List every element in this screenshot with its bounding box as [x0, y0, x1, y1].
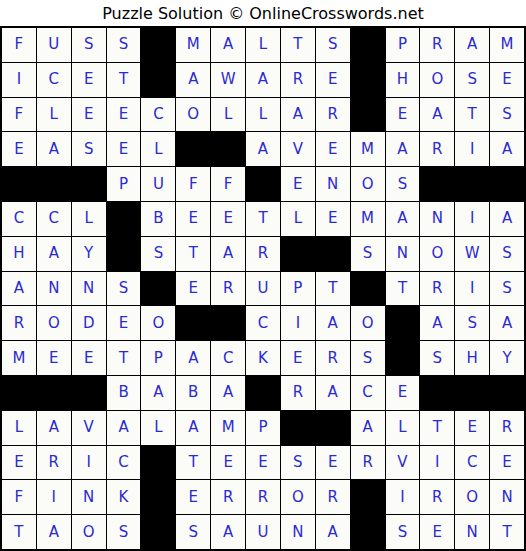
- letter-cell: C: [246, 306, 280, 340]
- letter-cell: N: [490, 480, 524, 514]
- letter-cell: A: [490, 202, 524, 236]
- letter-cell: F: [2, 28, 36, 62]
- letter-cell: E: [176, 202, 210, 236]
- letter-cell: N: [281, 515, 315, 549]
- block-cell: [211, 306, 245, 340]
- letter-cell: S: [141, 237, 175, 271]
- block-cell: [351, 272, 385, 306]
- letter-cell: T: [490, 515, 524, 549]
- letter-cell: R: [351, 446, 385, 480]
- page-title: Puzzle Solution © OnlineCrosswords.net: [0, 0, 526, 26]
- letter-cell: T: [107, 63, 141, 97]
- letter-cell: R: [211, 272, 245, 306]
- block-cell: [351, 98, 385, 132]
- letter-cell: L: [211, 98, 245, 132]
- letter-cell: E: [72, 341, 106, 375]
- block-cell: [490, 376, 524, 410]
- letter-cell: C: [37, 202, 71, 236]
- letter-cell: D: [72, 306, 106, 340]
- letter-cell: L: [281, 202, 315, 236]
- letter-cell: A: [176, 341, 210, 375]
- letter-cell: T: [107, 341, 141, 375]
- letter-cell: E: [490, 446, 524, 480]
- letter-cell: T: [455, 98, 489, 132]
- block-cell: [246, 376, 280, 410]
- letter-cell: T: [176, 446, 210, 480]
- block-cell: [141, 28, 175, 62]
- letter-cell: U: [246, 515, 280, 549]
- letter-cell: T: [2, 515, 36, 549]
- letter-cell: I: [386, 480, 420, 514]
- letter-cell: L: [72, 202, 106, 236]
- letter-cell: H: [455, 341, 489, 375]
- letter-cell: L: [386, 411, 420, 445]
- letter-cell: S: [107, 28, 141, 62]
- letter-cell: I: [2, 63, 36, 97]
- block-cell: [141, 480, 175, 514]
- letter-cell: I: [420, 446, 454, 480]
- letter-cell: A: [37, 515, 71, 549]
- letter-cell: I: [455, 132, 489, 166]
- block-cell: [351, 515, 385, 549]
- letter-cell: L: [2, 411, 36, 445]
- letter-cell: A: [37, 237, 71, 271]
- letter-cell: E: [490, 63, 524, 97]
- letter-cell: U: [246, 272, 280, 306]
- letter-cell: L: [141, 132, 175, 166]
- letter-cell: H: [2, 237, 36, 271]
- letter-cell: F: [176, 167, 210, 201]
- block-cell: [281, 411, 315, 445]
- letter-cell: E: [211, 202, 245, 236]
- letter-cell: V: [281, 132, 315, 166]
- letter-cell: A: [420, 98, 454, 132]
- letter-cell: S: [107, 272, 141, 306]
- letter-cell: A: [386, 202, 420, 236]
- letter-cell: E: [246, 446, 280, 480]
- letter-cell: L: [246, 28, 280, 62]
- letter-cell: I: [281, 306, 315, 340]
- letter-cell: R: [420, 28, 454, 62]
- letter-cell: E: [455, 411, 489, 445]
- letter-cell: R: [37, 446, 71, 480]
- letter-cell: S: [281, 446, 315, 480]
- letter-cell: E: [2, 132, 36, 166]
- letter-cell: L: [246, 98, 280, 132]
- letter-cell: R: [490, 411, 524, 445]
- letter-cell: A: [211, 237, 245, 271]
- letter-cell: N: [455, 515, 489, 549]
- letter-cell: A: [176, 63, 210, 97]
- letter-cell: O: [351, 167, 385, 201]
- block-cell: [2, 376, 36, 410]
- block-cell: [351, 28, 385, 62]
- letter-cell: E: [37, 341, 71, 375]
- letter-cell: C: [37, 63, 71, 97]
- letter-cell: S: [351, 237, 385, 271]
- letter-cell: N: [72, 480, 106, 514]
- letter-cell: F: [2, 480, 36, 514]
- letter-cell: H: [386, 63, 420, 97]
- letter-cell: O: [420, 63, 454, 97]
- letter-cell: B: [107, 376, 141, 410]
- block-cell: [107, 202, 141, 236]
- letter-cell: N: [316, 167, 350, 201]
- block-cell: [72, 167, 106, 201]
- letter-cell: A: [490, 306, 524, 340]
- letter-cell: S: [386, 515, 420, 549]
- letter-cell: A: [351, 411, 385, 445]
- letter-cell: L: [141, 411, 175, 445]
- block-cell: [420, 167, 454, 201]
- block-cell: [141, 272, 175, 306]
- letter-cell: R: [316, 341, 350, 375]
- letter-cell: M: [2, 341, 36, 375]
- letter-cell: A: [316, 515, 350, 549]
- letter-cell: S: [490, 237, 524, 271]
- letter-cell: R: [316, 98, 350, 132]
- block-cell: [246, 167, 280, 201]
- letter-cell: A: [211, 376, 245, 410]
- block-cell: [2, 167, 36, 201]
- letter-cell: E: [107, 98, 141, 132]
- letter-cell: E: [386, 98, 420, 132]
- block-cell: [72, 376, 106, 410]
- letter-cell: R: [246, 237, 280, 271]
- letter-cell: O: [281, 480, 315, 514]
- letter-cell: P: [386, 28, 420, 62]
- letter-cell: F: [2, 98, 36, 132]
- block-cell: [176, 306, 210, 340]
- letter-cell: R: [281, 376, 315, 410]
- letter-cell: S: [107, 515, 141, 549]
- letter-cell: E: [107, 306, 141, 340]
- letter-cell: A: [490, 132, 524, 166]
- letter-cell: S: [72, 132, 106, 166]
- block-cell: [351, 63, 385, 97]
- letter-cell: A: [316, 376, 350, 410]
- block-cell: [490, 167, 524, 201]
- letter-cell: A: [37, 411, 71, 445]
- letter-cell: W: [211, 63, 245, 97]
- letter-cell: E: [316, 446, 350, 480]
- letter-cell: E: [211, 446, 245, 480]
- letter-cell: M: [490, 28, 524, 62]
- letter-cell: C: [107, 446, 141, 480]
- letter-cell: N: [72, 272, 106, 306]
- letter-cell: E: [107, 132, 141, 166]
- letter-cell: A: [316, 306, 350, 340]
- letter-cell: T: [246, 202, 280, 236]
- letter-cell: E: [176, 272, 210, 306]
- letter-cell: V: [386, 446, 420, 480]
- letter-cell: A: [455, 28, 489, 62]
- letter-cell: S: [490, 98, 524, 132]
- letter-cell: A: [107, 411, 141, 445]
- block-cell: [141, 515, 175, 549]
- letter-cell: P: [281, 272, 315, 306]
- block-cell: [420, 376, 454, 410]
- letter-cell: E: [2, 446, 36, 480]
- letter-cell: A: [281, 98, 315, 132]
- letter-cell: S: [490, 272, 524, 306]
- letter-cell: C: [351, 376, 385, 410]
- letter-cell: E: [316, 63, 350, 97]
- letter-cell: O: [72, 515, 106, 549]
- block-cell: [386, 341, 420, 375]
- letter-cell: R: [211, 480, 245, 514]
- letter-cell: L: [37, 98, 71, 132]
- letter-cell: A: [246, 132, 280, 166]
- letter-cell: U: [37, 28, 71, 62]
- letter-cell: S: [455, 63, 489, 97]
- letter-cell: M: [176, 28, 210, 62]
- letter-cell: Y: [490, 341, 524, 375]
- letter-cell: M: [351, 202, 385, 236]
- letter-cell: E: [386, 376, 420, 410]
- letter-cell: E: [420, 515, 454, 549]
- letter-cell: V: [72, 411, 106, 445]
- letter-cell: O: [455, 480, 489, 514]
- letter-cell: N: [37, 272, 71, 306]
- letter-cell: E: [72, 63, 106, 97]
- letter-cell: I: [72, 446, 106, 480]
- letter-cell: E: [176, 480, 210, 514]
- letter-cell: S: [351, 341, 385, 375]
- letter-cell: E: [316, 202, 350, 236]
- crossword-grid: FUSSMALTSPRAMICETAWAREHOSEFLEECOLLAREATS…: [0, 26, 526, 551]
- puzzle-solution-page: Puzzle Solution © OnlineCrosswords.net F…: [0, 0, 526, 551]
- letter-cell: O: [37, 306, 71, 340]
- letter-cell: P: [107, 167, 141, 201]
- block-cell: [351, 480, 385, 514]
- letter-cell: K: [246, 341, 280, 375]
- letter-cell: A: [246, 63, 280, 97]
- letter-cell: A: [211, 28, 245, 62]
- letter-cell: R: [281, 63, 315, 97]
- letter-cell: O: [420, 237, 454, 271]
- letter-cell: N: [386, 237, 420, 271]
- letter-cell: M: [211, 411, 245, 445]
- block-cell: [455, 167, 489, 201]
- letter-cell: E: [316, 132, 350, 166]
- letter-cell: P: [141, 341, 175, 375]
- letter-cell: I: [455, 202, 489, 236]
- letter-cell: U: [141, 167, 175, 201]
- block-cell: [316, 237, 350, 271]
- letter-cell: T: [420, 411, 454, 445]
- letter-cell: R: [2, 306, 36, 340]
- letter-cell: E: [72, 98, 106, 132]
- letter-cell: B: [141, 202, 175, 236]
- letter-cell: F: [211, 167, 245, 201]
- block-cell: [316, 411, 350, 445]
- letter-cell: O: [141, 306, 175, 340]
- block-cell: [176, 132, 210, 166]
- letter-cell: E: [281, 341, 315, 375]
- letter-cell: Y: [72, 237, 106, 271]
- letter-cell: T: [176, 237, 210, 271]
- letter-cell: E: [281, 167, 315, 201]
- letter-cell: A: [176, 411, 210, 445]
- letter-cell: T: [316, 272, 350, 306]
- letter-cell: A: [141, 376, 175, 410]
- letter-cell: O: [351, 306, 385, 340]
- letter-cell: A: [420, 306, 454, 340]
- letter-cell: A: [37, 132, 71, 166]
- block-cell: [141, 63, 175, 97]
- block-cell: [455, 376, 489, 410]
- letter-cell: A: [211, 515, 245, 549]
- letter-cell: A: [386, 132, 420, 166]
- letter-cell: N: [420, 202, 454, 236]
- letter-cell: S: [316, 28, 350, 62]
- block-cell: [107, 237, 141, 271]
- letter-cell: R: [316, 480, 350, 514]
- block-cell: [281, 237, 315, 271]
- letter-cell: C: [211, 341, 245, 375]
- letter-cell: A: [2, 272, 36, 306]
- letter-cell: I: [37, 480, 71, 514]
- letter-cell: R: [420, 132, 454, 166]
- letter-cell: S: [455, 306, 489, 340]
- block-cell: [211, 132, 245, 166]
- letter-cell: S: [386, 167, 420, 201]
- letter-cell: R: [420, 480, 454, 514]
- letter-cell: R: [420, 272, 454, 306]
- block-cell: [37, 376, 71, 410]
- letter-cell: C: [2, 202, 36, 236]
- letter-cell: C: [455, 446, 489, 480]
- letter-cell: P: [246, 411, 280, 445]
- letter-cell: B: [176, 376, 210, 410]
- letter-cell: T: [386, 272, 420, 306]
- block-cell: [386, 306, 420, 340]
- letter-cell: S: [420, 341, 454, 375]
- letter-cell: S: [176, 515, 210, 549]
- block-cell: [141, 446, 175, 480]
- letter-cell: O: [176, 98, 210, 132]
- letter-cell: T: [281, 28, 315, 62]
- letter-cell: W: [455, 237, 489, 271]
- letter-cell: K: [107, 480, 141, 514]
- letter-cell: S: [72, 28, 106, 62]
- block-cell: [37, 167, 71, 201]
- letter-cell: M: [351, 132, 385, 166]
- letter-cell: C: [141, 98, 175, 132]
- letter-cell: I: [455, 272, 489, 306]
- letter-cell: R: [246, 480, 280, 514]
